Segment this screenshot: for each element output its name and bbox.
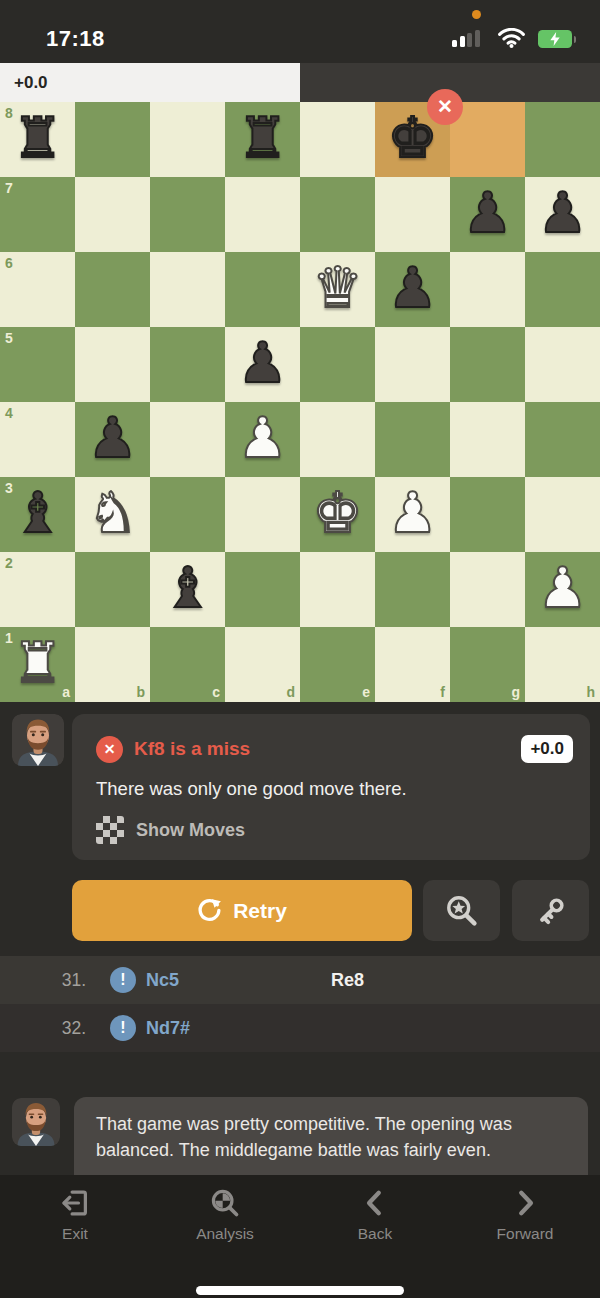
chess-board: 8♜♜♚7♟♟6♛♟5♟4♟♟3♝♞♚♟2♝♟1a♜bcdefgh ✕	[0, 102, 600, 702]
square-e2[interactable]	[300, 552, 375, 627]
square-e4[interactable]	[300, 402, 375, 477]
forward-button[interactable]: Forward	[450, 1175, 600, 1298]
move-feedback-card: ✕ Kf8 is a miss +0.0 There was only one …	[72, 714, 590, 860]
square-a7[interactable]: 7	[0, 177, 75, 252]
square-h3[interactable]	[525, 477, 600, 552]
key-move-button[interactable]	[512, 880, 589, 941]
square-c5[interactable]	[150, 327, 225, 402]
retry-refresh-icon	[197, 898, 222, 923]
square-d3[interactable]	[225, 477, 300, 552]
move-row-32[interactable]: 32. ! Nd7#	[0, 1004, 600, 1052]
white-rook: ♜	[0, 627, 75, 702]
wifi-icon	[498, 28, 525, 52]
square-e8[interactable]	[300, 102, 375, 177]
chevron-right-icon	[512, 1186, 538, 1220]
black-bishop: ♝	[150, 552, 225, 627]
back-button[interactable]: Back	[300, 1175, 450, 1298]
move-number: 31.	[50, 956, 86, 1004]
retry-label: Retry	[233, 899, 287, 923]
square-h6[interactable]	[525, 252, 600, 327]
square-f3[interactable]: ♟	[375, 477, 450, 552]
file-label: b	[136, 685, 145, 699]
nav-label: Analysis	[196, 1225, 254, 1243]
clock-time: 17:18	[46, 26, 105, 52]
black-rook: ♜	[225, 102, 300, 177]
square-a6[interactable]: 6	[0, 252, 75, 327]
nav-label: Exit	[62, 1225, 88, 1243]
square-e5[interactable]	[300, 327, 375, 402]
square-d7[interactable]	[225, 177, 300, 252]
square-c7[interactable]	[150, 177, 225, 252]
square-g5[interactable]	[450, 327, 525, 402]
square-b2[interactable]	[75, 552, 150, 627]
square-b5[interactable]	[75, 327, 150, 402]
square-f4[interactable]	[375, 402, 450, 477]
black-pawn: ♟	[375, 252, 450, 327]
square-b4[interactable]: ♟	[75, 402, 150, 477]
rank-label: 4	[5, 406, 13, 420]
black-pawn: ♟	[225, 327, 300, 402]
evaluation-score: +0.0	[14, 63, 48, 102]
square-g4[interactable]	[450, 402, 525, 477]
square-c6[interactable]	[150, 252, 225, 327]
square-h8[interactable]	[525, 102, 600, 177]
cellular-signal-icon	[452, 30, 480, 47]
chessboard-icon	[96, 816, 124, 844]
square-c2[interactable]: ♝	[150, 552, 225, 627]
square-e1[interactable]: e	[300, 627, 375, 702]
square-a8[interactable]: 8♜	[0, 102, 75, 177]
square-f6[interactable]: ♟	[375, 252, 450, 327]
eval-score-badge: +0.0	[521, 735, 573, 763]
analysis-magnifier-icon	[210, 1186, 240, 1220]
exit-button[interactable]: Exit	[0, 1175, 150, 1298]
square-d4[interactable]: ♟	[225, 402, 300, 477]
white-pawn: ♟	[375, 477, 450, 552]
file-label: e	[362, 685, 370, 699]
file-label: h	[586, 685, 595, 699]
square-a1[interactable]: 1a♜	[0, 627, 75, 702]
square-a4[interactable]: 4	[0, 402, 75, 477]
coach-avatar	[12, 714, 64, 766]
square-b7[interactable]	[75, 177, 150, 252]
file-label: d	[286, 685, 295, 699]
square-c4[interactable]	[150, 402, 225, 477]
square-g6[interactable]	[450, 252, 525, 327]
analysis-button[interactable]: Analysis	[150, 1175, 300, 1298]
white-pawn: ♟	[225, 402, 300, 477]
rank-label: 5	[5, 331, 13, 345]
square-f5[interactable]	[375, 327, 450, 402]
square-b1[interactable]: b	[75, 627, 150, 702]
square-b8[interactable]	[75, 102, 150, 177]
square-h1[interactable]: h	[525, 627, 600, 702]
square-h4[interactable]	[525, 402, 600, 477]
move-white-san[interactable]: Nc5	[146, 956, 179, 1004]
white-knight: ♞	[75, 477, 150, 552]
game-summary-text: That game was pretty competitive. The op…	[96, 1112, 568, 1163]
feedback-subtitle: There was only one good move there.	[96, 778, 573, 800]
square-c3[interactable]	[150, 477, 225, 552]
orange-indicator-dot	[472, 10, 481, 19]
status-bar: 17:18	[0, 0, 600, 63]
black-bishop: ♝	[0, 477, 75, 552]
square-g7[interactable]: ♟	[450, 177, 525, 252]
square-f2[interactable]	[375, 552, 450, 627]
miss-x-marker-icon: ✕	[427, 89, 463, 125]
evaluation-bar: +0.0	[0, 63, 600, 102]
square-d8[interactable]: ♜	[225, 102, 300, 177]
magnifier-star-icon	[445, 894, 479, 928]
square-e7[interactable]	[300, 177, 375, 252]
miss-x-icon: ✕	[96, 736, 123, 763]
bottom-navigation: Exit Analysis Back Forward	[0, 1175, 600, 1298]
square-e6[interactable]: ♛	[300, 252, 375, 327]
black-pawn: ♟	[450, 177, 525, 252]
square-d6[interactable]	[225, 252, 300, 327]
rank-label: 7	[5, 181, 13, 195]
square-d5[interactable]: ♟	[225, 327, 300, 402]
square-e3[interactable]: ♚	[300, 477, 375, 552]
square-b3[interactable]: ♞	[75, 477, 150, 552]
move-row-31[interactable]: 31. ! Nc5 Re8	[0, 956, 600, 1004]
square-a5[interactable]: 5	[0, 327, 75, 402]
file-label: f	[440, 685, 445, 699]
file-label: g	[511, 685, 520, 699]
square-d2[interactable]	[225, 552, 300, 627]
great-move-badge-icon: !	[110, 967, 136, 993]
square-h5[interactable]	[525, 327, 600, 402]
exit-door-icon	[60, 1186, 90, 1220]
key-icon	[534, 894, 568, 928]
square-g1[interactable]: g	[450, 627, 525, 702]
battery-charging-icon	[538, 30, 578, 48]
explore-best-move-button[interactable]	[423, 880, 500, 941]
rank-label: 6	[5, 256, 13, 270]
move-black-san[interactable]: Re8	[331, 956, 364, 1004]
black-rook: ♜	[0, 102, 75, 177]
square-a3[interactable]: 3♝	[0, 477, 75, 552]
rank-label: 2	[5, 556, 13, 570]
great-move-badge-icon: !	[110, 1015, 136, 1041]
square-g2[interactable]	[450, 552, 525, 627]
move-white-san[interactable]: Nd7#	[146, 1004, 190, 1052]
white-pawn: ♟	[525, 552, 600, 627]
square-f1[interactable]: f	[375, 627, 450, 702]
home-indicator[interactable]	[196, 1286, 404, 1295]
nav-label: Back	[358, 1225, 392, 1243]
square-c1[interactable]: c	[150, 627, 225, 702]
square-c8[interactable]	[150, 102, 225, 177]
chevron-left-icon	[362, 1186, 388, 1220]
feedback-title: Kf8 is a miss	[134, 738, 250, 760]
square-a2[interactable]: 2	[0, 552, 75, 627]
square-f7[interactable]	[375, 177, 450, 252]
retry-button[interactable]: Retry	[72, 880, 412, 941]
show-moves-button[interactable]: Show Moves	[96, 816, 573, 844]
white-queen: ♛	[300, 252, 375, 327]
square-h2[interactable]: ♟	[525, 552, 600, 627]
white-king: ♚	[300, 477, 375, 552]
coach-avatar	[12, 1098, 60, 1146]
move-number: 32.	[50, 1004, 86, 1052]
file-label: c	[212, 685, 220, 699]
black-pawn: ♟	[525, 177, 600, 252]
black-pawn: ♟	[75, 402, 150, 477]
square-h7[interactable]: ♟	[525, 177, 600, 252]
square-b6[interactable]	[75, 252, 150, 327]
square-d1[interactable]: d	[225, 627, 300, 702]
nav-label: Forward	[497, 1225, 554, 1243]
show-moves-label: Show Moves	[136, 820, 245, 841]
square-g3[interactable]	[450, 477, 525, 552]
